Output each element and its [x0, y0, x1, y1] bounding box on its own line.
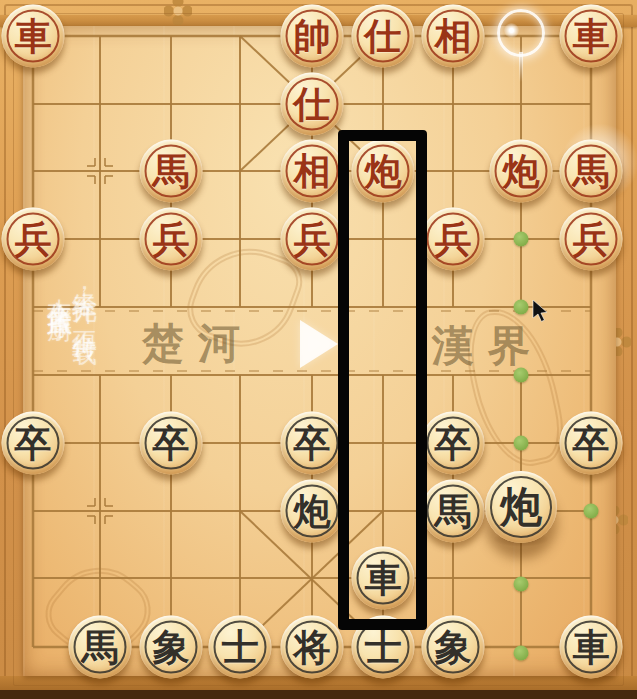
piece-black-general[interactable]: 将	[281, 616, 344, 679]
piece-character: 仕	[294, 86, 331, 123]
xiangqi-app: 楚河 漢界 未经允许，不得转载 本文作者篮球小厨 車帥仕相車仕馬相炮炮馬兵兵兵兵…	[0, 0, 637, 699]
piece-red-soldier[interactable]: 兵	[281, 208, 344, 271]
piece-layer: 車帥仕相車仕馬相炮炮馬兵兵兵兵兵卒卒卒卒卒炮馬炮車馬象士将士象車	[0, 0, 637, 699]
piece-character: 兵	[435, 221, 472, 258]
piece-black-cannon[interactable]: 炮	[281, 480, 344, 543]
piece-red-chariot[interactable]: 車	[2, 5, 65, 68]
piece-black-cannon[interactable]: 炮	[485, 471, 557, 543]
piece-black-soldier[interactable]: 卒	[140, 412, 203, 475]
move-hint-dot[interactable]	[514, 232, 529, 247]
capture-glow-indicator	[497, 9, 545, 57]
piece-character: 相	[435, 18, 472, 55]
piece-black-horse[interactable]: 馬	[69, 616, 132, 679]
piece-character: 卒	[435, 425, 472, 462]
column-highlight-rect	[338, 130, 427, 630]
capture-glow-streak	[519, 52, 523, 82]
piece-character: 炮	[294, 493, 331, 530]
move-hint-dot[interactable]	[514, 577, 529, 592]
piece-red-advisor[interactable]: 仕	[352, 5, 415, 68]
piece-character: 炮	[500, 486, 542, 528]
piece-character: 相	[294, 153, 331, 190]
piece-red-horse[interactable]: 馬	[560, 140, 623, 203]
piece-character: 卒	[573, 425, 610, 462]
move-hint-dot[interactable]	[514, 646, 529, 661]
piece-character: 兵	[294, 221, 331, 258]
piece-character: 卒	[15, 425, 52, 462]
piece-red-cannon[interactable]: 炮	[490, 140, 553, 203]
piece-red-elephant[interactable]: 相	[281, 140, 344, 203]
piece-character: 車	[573, 18, 610, 55]
piece-black-soldier[interactable]: 卒	[2, 412, 65, 475]
piece-character: 馬	[82, 629, 119, 666]
piece-character: 将	[294, 629, 331, 666]
piece-character: 兵	[153, 221, 190, 258]
piece-black-chariot[interactable]: 車	[560, 616, 623, 679]
piece-character: 帥	[294, 18, 331, 55]
piece-red-chariot[interactable]: 車	[560, 5, 623, 68]
piece-character: 炮	[503, 153, 540, 190]
piece-red-soldier[interactable]: 兵	[2, 208, 65, 271]
piece-character: 卒	[153, 425, 190, 462]
piece-red-soldier[interactable]: 兵	[422, 208, 485, 271]
piece-black-elephant[interactable]: 象	[422, 616, 485, 679]
piece-black-soldier[interactable]: 卒	[560, 412, 623, 475]
piece-red-soldier[interactable]: 兵	[560, 208, 623, 271]
piece-character: 象	[153, 629, 190, 666]
piece-red-elephant[interactable]: 相	[422, 5, 485, 68]
move-hint-dot[interactable]	[514, 436, 529, 451]
piece-black-soldier[interactable]: 卒	[422, 412, 485, 475]
piece-character: 馬	[153, 153, 190, 190]
piece-black-advisor[interactable]: 士	[209, 616, 272, 679]
piece-red-advisor[interactable]: 仕	[281, 73, 344, 136]
piece-red-horse[interactable]: 馬	[140, 140, 203, 203]
piece-black-horse[interactable]: 馬	[422, 480, 485, 543]
mouse-cursor	[532, 300, 552, 324]
piece-character: 車	[15, 18, 52, 55]
piece-character: 士	[365, 629, 402, 666]
piece-character: 兵	[573, 221, 610, 258]
move-hint-dot[interactable]	[584, 504, 599, 519]
piece-character: 車	[573, 629, 610, 666]
piece-character: 兵	[15, 221, 52, 258]
piece-character: 士	[222, 629, 259, 666]
piece-character: 卒	[294, 425, 331, 462]
move-hint-dot[interactable]	[514, 300, 529, 315]
piece-red-soldier[interactable]: 兵	[140, 208, 203, 271]
piece-character: 馬	[435, 493, 472, 530]
piece-black-elephant[interactable]: 象	[140, 616, 203, 679]
piece-red-general[interactable]: 帥	[281, 5, 344, 68]
piece-black-soldier[interactable]: 卒	[281, 412, 344, 475]
move-hint-dot[interactable]	[514, 368, 529, 383]
piece-character: 仕	[365, 18, 402, 55]
piece-character: 馬	[573, 153, 610, 190]
piece-character: 象	[435, 629, 472, 666]
